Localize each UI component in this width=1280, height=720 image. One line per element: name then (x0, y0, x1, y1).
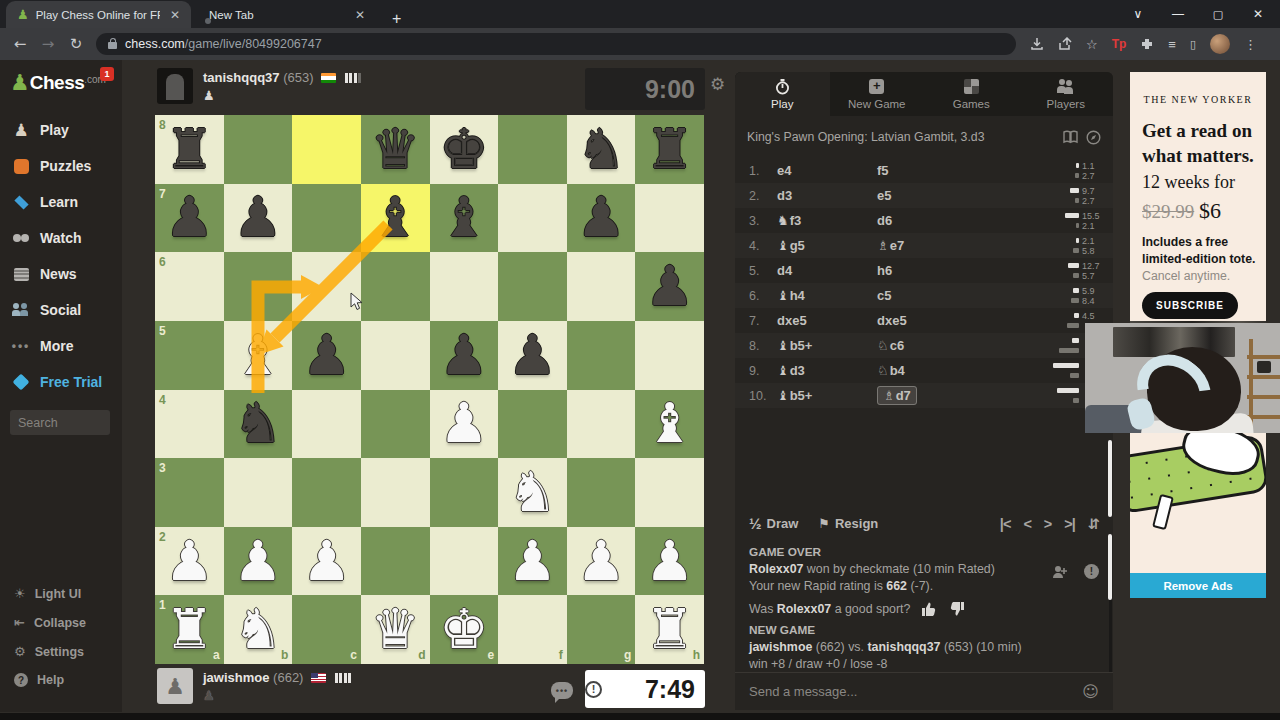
share-icon[interactable] (1058, 37, 1072, 51)
square-c5[interactable]: ♟ (292, 321, 361, 390)
piece-black-bishop-d7[interactable]: ♝ (361, 184, 430, 253)
piece-black-bishop-e7[interactable]: ♝ (430, 184, 499, 253)
settings-icon: ⚙ (14, 644, 26, 659)
move-black[interactable]: d6 (877, 213, 1037, 228)
thumbs-down-icon[interactable] (948, 600, 966, 618)
sidebar-footer-settings[interactable]: ⚙Settings (0, 637, 122, 666)
help-icon: ? (14, 673, 28, 687)
search-input[interactable]: Search (10, 410, 110, 435)
sidebar-footer-collapse[interactable]: ⇤Collapse (0, 608, 122, 637)
move-white[interactable]: ♞f3 (777, 213, 877, 228)
move-black[interactable]: h6 (877, 263, 1037, 278)
file-label: c (350, 648, 357, 662)
square-h6[interactable]: ♟ (635, 252, 704, 321)
screen: ♟ Play Chess Online for FREE with F ✕ Ne… (0, 0, 1280, 720)
sidebar-item-more[interactable]: •••More (0, 328, 122, 364)
social-icon (12, 301, 30, 319)
square-a5[interactable]: 5 (155, 321, 224, 390)
player-name[interactable]: tanishqqq37 (203, 70, 280, 85)
square-d3[interactable] (361, 458, 430, 527)
move-black[interactable]: ♗d7 (877, 388, 1037, 403)
move-row-3: 3.♞f3d615.52.1 (735, 208, 1113, 233)
current-move[interactable]: ♗d7 (877, 386, 917, 405)
rank-label: 6 (159, 255, 166, 269)
square-a6[interactable]: 6 (155, 252, 224, 321)
move-times: 5.98.4 (1037, 287, 1113, 305)
light-ui-icon: ☀ (14, 586, 26, 601)
usa-flag-icon (311, 673, 326, 683)
ad-illustration (1130, 433, 1266, 573)
piece-white-pawn-b2[interactable]: ♟ (224, 527, 293, 596)
move-black[interactable]: ♘c6 (877, 338, 1037, 353)
square-g8[interactable]: ♞ (567, 115, 636, 184)
url-host: chess.com (125, 37, 185, 51)
opening-name: King's Pawn Opening: Latvian Gambit, 3.d… (747, 130, 1055, 144)
piece-black-king-e8[interactable]: ♚ (430, 115, 499, 184)
square-b1[interactable]: b♞ (224, 595, 293, 664)
player-bottom: ♟ jawishmoe (662) ♟ ! 7:49 ••• (155, 666, 705, 712)
piece-white-bishop-b5[interactable]: ♝ (224, 321, 293, 390)
tab-title: New Tab (209, 9, 345, 21)
square-f5[interactable]: ♟ (498, 321, 567, 390)
url-path: /game/live/80499206747 (185, 37, 322, 51)
explorer-compass-icon[interactable] (1086, 130, 1101, 145)
move-black[interactable]: e5 (877, 188, 1037, 203)
square-a7[interactable]: 7♟ (155, 184, 224, 253)
square-e3[interactable] (430, 458, 499, 527)
sidebar-item-free-trial[interactable]: Free Trial (0, 364, 122, 400)
flip-board-icon[interactable]: ⇵ (1088, 516, 1099, 532)
webcam-overlay (1085, 323, 1280, 433)
moves-scrollbar[interactable] (1108, 440, 1112, 517)
sidebar-item-learn[interactable]: Learn (0, 184, 122, 220)
player-rating: (653) (283, 70, 313, 85)
square-g3[interactable] (567, 458, 636, 527)
move-row-9: 9.♝d3♘b4 (735, 358, 1113, 383)
sidebar-footer-help[interactable]: ?Help (0, 666, 122, 694)
square-c3[interactable] (292, 458, 361, 527)
subscribe-button[interactable]: SUBSCRIBE (1142, 292, 1238, 319)
move-row-7: 7.dxe5dxe54.5 (735, 308, 1113, 333)
game-controls: ½Draw ⚑Resign |< < > >| ⇵ (735, 507, 1113, 540)
browser-toolbar: ← → ↻ chess.com/game/live/80499206747 ☆ … (0, 28, 1280, 60)
minimize-button[interactable]: — (1158, 7, 1198, 21)
clock-white: ! 7:49 ••• (585, 670, 705, 708)
move-white[interactable]: ♝d3 (777, 363, 877, 378)
chess-favicon: ♟ (17, 8, 29, 21)
square-b6[interactable] (224, 252, 293, 321)
browser-tab-strip: ♟ Play Chess Online for FREE with F ✕ Ne… (0, 0, 1280, 28)
avatar[interactable]: ♟ (157, 668, 193, 704)
chat-log: GAME OVER Rolexx07 won by checkmate (10 … (735, 540, 1113, 672)
square-b8[interactable] (224, 115, 293, 184)
square-g5[interactable] (567, 321, 636, 390)
learn-icon (12, 193, 30, 211)
chat-bubble-icon[interactable]: ••• (551, 682, 573, 699)
logo-pawn-icon: ♟ (10, 72, 30, 94)
square-g2[interactable]: ♟ (567, 527, 636, 596)
india-flag-icon (321, 73, 336, 83)
square-e2[interactable] (430, 527, 499, 596)
notification-badge: 1 (100, 67, 114, 81)
move-white[interactable]: dxe5 (777, 313, 877, 328)
nav-next-icon[interactable]: > (1044, 516, 1051, 532)
piece-white-king-e1[interactable]: ♚ (430, 595, 499, 664)
menu-dots-icon[interactable]: ⋮ (1244, 37, 1257, 52)
piece-white-rook-a1[interactable]: ♜ (155, 595, 224, 664)
piece-black-pawn-a7[interactable]: ♟ (155, 184, 224, 253)
move-white[interactable]: ♝g5 (777, 238, 877, 253)
reading-list-icon[interactable]: ≡ (1168, 37, 1176, 52)
piece-white-queen-d1[interactable]: ♛ (361, 595, 430, 664)
move-white[interactable]: ♝b5+ (777, 388, 877, 403)
new-tab-button[interactable]: + (386, 10, 407, 28)
sidebar-nav: ♟PlayPuzzlesLearnWatchNewsSocial•••More (0, 112, 122, 364)
ad-brand: THE NEW YORKER (1130, 94, 1266, 105)
square-h2[interactable]: ♟ (635, 527, 704, 596)
square-f6[interactable] (498, 252, 567, 321)
tab-chess[interactable]: ♟ Play Chess Online for FREE with F ✕ (6, 1, 191, 28)
clock-black: 9:00 (585, 68, 705, 110)
rank-label: 4 (159, 393, 166, 407)
sidebar-item-label: Free Trial (40, 374, 102, 390)
download-icon[interactable] (1030, 37, 1044, 51)
chat-input[interactable]: Send a message... ☺ (735, 672, 1113, 710)
nav-prev-icon[interactable]: < (1023, 516, 1030, 532)
new-game-title: NEW GAME (749, 622, 1099, 639)
panel-tab-games[interactable]: Games (924, 72, 1019, 116)
remove-ads-button[interactable]: Remove Ads (1130, 573, 1266, 598)
piece-black-knight-b4[interactable]: ♞ (224, 390, 293, 459)
square-e6[interactable] (430, 252, 499, 321)
move-row-8: 8.♝b5+♘c6 (735, 333, 1113, 358)
square-c4[interactable] (292, 390, 361, 459)
piece-black-pawn-b7[interactable]: ♟ (224, 184, 293, 253)
ad-body: Includes a freelimited-edition tote.Canc… (1142, 234, 1255, 285)
watch-icon (12, 229, 30, 247)
sidebar-item-social[interactable]: Social (0, 292, 122, 328)
move-times: 12.75.7 (1037, 262, 1113, 280)
square-e5[interactable]: ♟ (430, 321, 499, 390)
square-d2[interactable] (361, 527, 430, 596)
piece-white-pawn-h2[interactable]: ♟ (635, 527, 704, 596)
square-g4[interactable] (567, 390, 636, 459)
square-f3[interactable]: ♞ (498, 458, 567, 527)
plus-icon: + (869, 79, 884, 95)
square-a4[interactable]: 4 (155, 390, 224, 459)
square-b4[interactable]: ♞ (224, 390, 293, 459)
opening-row: King's Pawn Opening: Latvian Gambit, 3.d… (735, 116, 1113, 158)
panel-tab-players[interactable]: Players (1019, 72, 1114, 116)
rank-label: 3 (159, 461, 166, 475)
chess-board: 8♜♛♚♞♜7♟♟♝♝♟6♟5♝♟♟♟4♞♟♝3♞2♟♟♟♟♟♟1a♜b♞cd♛… (155, 115, 704, 664)
sidebar-item-watch[interactable]: Watch (0, 220, 122, 256)
bottom-strip (0, 713, 1280, 720)
chesscom-logo[interactable]: ♟ Chess .com 1 (0, 60, 122, 94)
panel-tabs: Play+New GameGamesPlayers (735, 72, 1113, 116)
square-b2[interactable]: ♟ (224, 527, 293, 596)
emoji-icon[interactable]: ☺ (1082, 682, 1099, 701)
ad-headline: Get a read onwhat matters. (1142, 118, 1254, 168)
square-e1[interactable]: e♚ (430, 595, 499, 664)
square-b5[interactable]: ♝ (224, 321, 293, 390)
square-d5[interactable] (361, 321, 430, 390)
ad-price: $29.99 $6 (1142, 198, 1221, 224)
piece-white-bishop-h4[interactable]: ♝ (635, 390, 704, 459)
add-friend-icon[interactable] (1052, 565, 1068, 579)
move-times: 2.15.8 (1037, 237, 1113, 255)
square-a1[interactable]: 1a♜ (155, 595, 224, 664)
move-list: 1.e4f51.12.72.d3e59.72.73.♞f3d615.52.14.… (735, 158, 1113, 408)
move-row-5: 5.d4h612.75.7 (735, 258, 1113, 283)
square-d7[interactable]: ♝ (361, 184, 430, 253)
play-icon: ♟ (12, 121, 30, 139)
tab-search-icon[interactable]: ∨ (1118, 7, 1158, 21)
game-over-title: GAME OVER (749, 544, 1099, 561)
square-h5[interactable] (635, 321, 704, 390)
move-black[interactable]: dxe5 (877, 313, 1037, 328)
mouse-cursor (350, 292, 364, 316)
square-c1[interactable]: c (292, 595, 361, 664)
news-icon (12, 265, 30, 283)
report-icon[interactable]: ! (1084, 564, 1099, 579)
move-times: 1.12.7 (1037, 162, 1113, 180)
piece-black-rook-a8[interactable]: ♜ (155, 115, 224, 184)
address-bar[interactable]: chess.com/game/live/80499206747 (96, 33, 1016, 55)
sidebar-item-news[interactable]: News (0, 256, 122, 292)
draw-button[interactable]: ½Draw (749, 515, 798, 532)
player-top: tanishqqq37 (653) ♟ 9:00 (155, 66, 705, 112)
square-f8[interactable] (498, 115, 567, 184)
square-c8[interactable] (292, 115, 361, 184)
captured-pieces: ♟ (203, 88, 215, 103)
piece-white-pawn-a2[interactable]: ♟ (155, 527, 224, 596)
lock-icon (108, 42, 117, 49)
square-e7[interactable]: ♝ (430, 184, 499, 253)
thumbs-up-icon[interactable] (920, 600, 938, 618)
move-times: 9.72.7 (1037, 187, 1113, 205)
square-d6[interactable] (361, 252, 430, 321)
captured-pieces: ♟ (203, 688, 215, 703)
square-g7[interactable]: ♟ (567, 184, 636, 253)
move-row-1: 1.e4f51.12.7 (735, 158, 1113, 183)
square-b7[interactable]: ♟ (224, 184, 293, 253)
square-h1[interactable]: h♜ (635, 595, 704, 664)
teleparty-extension-icon[interactable]: Tp (1112, 37, 1127, 51)
tab-title: Play Chess Online for FREE with F (36, 9, 160, 21)
panel-tab-new-game[interactable]: +New Game (830, 72, 925, 116)
sidebar: ♟ Chess .com 1 ♟PlayPuzzlesLearnWatchNew… (0, 60, 122, 712)
sidebar-footer: ☀Light UI⇤Collapse⚙Settings?Help (0, 579, 122, 694)
square-h4[interactable]: ♝ (635, 390, 704, 459)
square-h3[interactable] (635, 458, 704, 527)
connection-bars-icon (345, 71, 363, 86)
tab-close-icon[interactable]: ✕ (167, 8, 183, 22)
window-controls: ∨ — ▢ ✕ (1118, 0, 1278, 28)
move-black[interactable]: ♘b4 (877, 363, 1037, 378)
nav-first-icon[interactable]: |< (1000, 516, 1011, 532)
move-white[interactable]: d4 (777, 263, 877, 278)
move-row-2: 2.d3e59.72.7 (735, 183, 1113, 208)
piece-white-knight-f3[interactable]: ♞ (498, 458, 567, 527)
piece-black-pawn-f5[interactable]: ♟ (498, 321, 567, 390)
player-name[interactable]: jawishmoe (203, 670, 269, 685)
square-a2[interactable]: 2♟ (155, 527, 224, 596)
sidebar-item-play[interactable]: ♟Play (0, 112, 122, 148)
piece-white-pawn-e4[interactable]: ♟ (430, 390, 499, 459)
square-e4[interactable]: ♟ (430, 390, 499, 459)
connection-bars-icon (335, 671, 353, 686)
piece-black-pawn-e5[interactable]: ♟ (430, 321, 499, 390)
piece-black-rook-h8[interactable]: ♜ (635, 115, 704, 184)
square-a3[interactable]: 3 (155, 458, 224, 527)
move-white[interactable]: d3 (777, 188, 877, 203)
square-b3[interactable] (224, 458, 293, 527)
puzzles-icon (12, 157, 30, 175)
move-white[interactable]: ♝b5+ (777, 338, 877, 353)
piece-white-pawn-f2[interactable]: ♟ (498, 527, 567, 596)
square-h8[interactable]: ♜ (635, 115, 704, 184)
reload-icon[interactable]: ↻ (62, 35, 90, 53)
move-black[interactable]: ♗e7 (877, 238, 1037, 253)
square-d1[interactable]: d♛ (361, 595, 430, 664)
move-row-10: 10.♝b5+♗d7 (735, 383, 1113, 408)
close-button[interactable]: ✕ (1238, 7, 1278, 21)
tab-close-icon[interactable]: ✕ (352, 8, 368, 22)
players-icon (1057, 79, 1075, 95)
piece-black-pawn-g7[interactable]: ♟ (567, 184, 636, 253)
piece-black-pawn-h6[interactable]: ♟ (635, 252, 704, 321)
sidebar-item-puzzles[interactable]: Puzzles (0, 148, 122, 184)
avatar[interactable] (157, 68, 193, 104)
move-row-4: 4.♝g5♗e72.15.8 (735, 233, 1113, 258)
chat-scrollbar[interactable] (1108, 534, 1112, 600)
piece-black-knight-g8[interactable]: ♞ (567, 115, 636, 184)
profile-avatar[interactable] (1210, 34, 1230, 54)
bookmark-star-icon[interactable]: ☆ (1086, 37, 1098, 52)
square-d8[interactable]: ♛ (361, 115, 430, 184)
stopwatch-icon (775, 79, 790, 95)
square-g1[interactable]: g (567, 595, 636, 664)
stakes-line: win +8 / draw +0 / lose -8 (749, 656, 1099, 672)
square-h7[interactable] (635, 184, 704, 253)
tab-new-tab[interactable]: New Tab ✕ (191, 1, 376, 28)
collapse-icon: ⇤ (14, 615, 25, 630)
new-game-line: jawishmoe (662) vs. tanishqqq37 (653) (1… (749, 639, 1099, 656)
square-c7[interactable] (292, 184, 361, 253)
square-g6[interactable] (567, 252, 636, 321)
piece-white-pawn-g2[interactable]: ♟ (567, 527, 636, 596)
game-over-line: Rolexx07 won by checkmate (10 min Rated) (749, 561, 1099, 578)
rank-label: 5 (159, 324, 166, 338)
square-f4[interactable] (498, 390, 567, 459)
book-icon[interactable] (1063, 130, 1078, 144)
square-e8[interactable]: ♚ (430, 115, 499, 184)
piece-black-queen-d8[interactable]: ♛ (361, 115, 430, 184)
logo-text: Chess (30, 72, 85, 94)
nav-last-icon[interactable]: >| (1064, 516, 1075, 532)
rating-line: Your new Rapid rating is 662 (-7). (749, 578, 1099, 595)
game-panel: Play+New GameGamesPlayers King's Pawn Op… (735, 72, 1113, 710)
sport-line: Was Rolexx07 a good sport? (749, 600, 1099, 618)
piece-black-pawn-c5[interactable]: ♟ (292, 321, 361, 390)
piece-white-pawn-c2[interactable]: ♟ (292, 527, 361, 596)
more-icon: ••• (12, 337, 30, 355)
square-f7[interactable] (498, 184, 567, 253)
maximize-button[interactable]: ▢ (1198, 8, 1238, 21)
resign-button[interactable]: ⚑Resign (818, 516, 878, 531)
extensions-puzzle-icon[interactable] (1140, 37, 1154, 51)
panel-tab-play[interactable]: Play (735, 72, 830, 116)
forward-icon[interactable]: → (34, 35, 62, 53)
move-black[interactable]: f5 (877, 163, 1037, 178)
piece-white-knight-b1[interactable]: ♞ (224, 595, 293, 664)
search-placeholder: Search (18, 416, 58, 430)
move-white[interactable]: e4 (777, 163, 877, 178)
move-times: 15.52.1 (1037, 212, 1113, 230)
square-c2[interactable]: ♟ (292, 527, 361, 596)
file-label: g (624, 648, 631, 662)
ad-offer: 12 weeks for (1142, 172, 1235, 193)
shelf (1247, 339, 1280, 433)
back-icon[interactable]: ← (6, 35, 34, 53)
player-rating: (662) (273, 670, 303, 685)
piece-white-rook-h1[interactable]: ♜ (635, 595, 704, 664)
file-label: f (559, 648, 563, 662)
alert-icon: ! (585, 681, 602, 698)
move-black[interactable]: c5 (877, 288, 1037, 303)
square-f1[interactable]: f (498, 595, 567, 664)
move-white[interactable]: ♝h4 (777, 288, 877, 303)
square-f2[interactable]: ♟ (498, 527, 567, 596)
diamond-icon (12, 373, 30, 391)
board-settings-gear-icon[interactable]: ⚙ (710, 74, 725, 94)
side-panel-icon[interactable]: ▯ (1190, 38, 1196, 51)
chat-placeholder: Send a message... (749, 684, 1082, 699)
square-a8[interactable]: 8♜ (155, 115, 224, 184)
square-d4[interactable] (361, 390, 430, 459)
games-board-icon (964, 79, 979, 95)
sidebar-footer-light-ui[interactable]: ☀Light UI (0, 579, 122, 608)
move-row-6: 6.♝h4c55.98.4 (735, 283, 1113, 308)
